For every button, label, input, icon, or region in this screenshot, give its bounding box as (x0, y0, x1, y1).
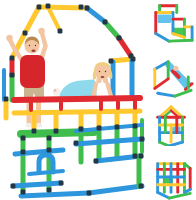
thumbnail-step-climber[interactable] (150, 1, 194, 45)
thumbnail-playhouse-tower[interactable] (150, 102, 194, 146)
climbing-frame-front (4, 97, 145, 196)
thumbnail-slide-build[interactable] (150, 54, 194, 98)
playhouse-tower-drawing (158, 107, 185, 146)
thumbnail-column (150, 0, 196, 200)
product-main-image[interactable] (0, 0, 148, 200)
product-gallery (0, 0, 196, 200)
slide-build-drawing (155, 62, 192, 96)
step-climber-drawing (156, 6, 192, 41)
girl-figure (53, 62, 113, 98)
climbing-cube-drawing (158, 164, 191, 198)
thumbnail-climbing-cube[interactable] (150, 156, 194, 200)
